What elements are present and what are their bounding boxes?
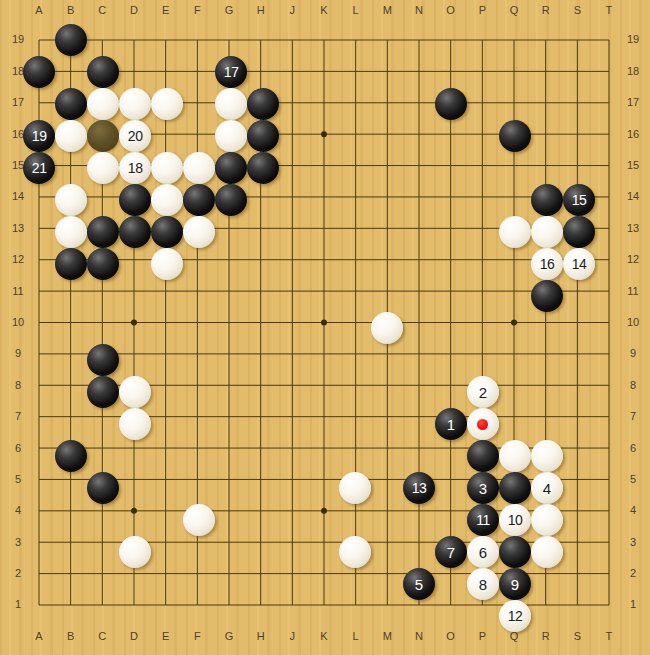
stone-white-c17 [87,88,119,120]
stone-white-p8: 2 [467,376,499,408]
col-label-h: H [245,626,277,646]
stone-black-e13 [151,216,183,248]
stone-white-b16 [55,120,87,152]
col-label-j: J [276,626,308,646]
stone-white-e17 [151,88,183,120]
col-label-d: D [118,0,150,20]
stone-black-q2: 9 [499,568,531,600]
stone-white-f15 [183,152,215,184]
stone-black-h17 [247,88,279,120]
col-label-t: T [593,626,625,646]
col-label-c: C [86,0,118,20]
col-label-p: P [466,626,498,646]
col-label-e: E [150,626,182,646]
stone-white-l3 [339,536,371,568]
stone-black-c9 [87,344,119,376]
col-label-b: B [55,626,87,646]
col-label-q: Q [498,0,530,20]
stone-white-p7 [467,408,499,440]
stone-white-r3 [531,536,563,568]
col-label-s: S [561,0,593,20]
stone-black-q3 [499,536,531,568]
stone-white-e15 [151,152,183,184]
stone-white-r5: 4 [531,472,563,504]
stone-black-a16: 19 [23,120,55,152]
col-label-d: D [118,626,150,646]
stone-white-p3: 6 [467,536,499,568]
stone-white-e14 [151,184,183,216]
col-label-j: J [276,0,308,20]
col-label-l: L [340,0,372,20]
stone-black-s14: 15 [563,184,595,216]
col-label-k: K [308,0,340,20]
stone-black-a15: 21 [23,152,55,184]
stone-black-d13 [119,216,151,248]
col-label-s: S [561,626,593,646]
stone-white-d15: 18 [119,152,151,184]
stone-black-b19 [55,24,87,56]
stone-black-p6 [467,440,499,472]
stone-white-r12: 16 [531,248,563,280]
stone-black-g14 [215,184,247,216]
stone-white-q4: 10 [499,504,531,536]
col-label-a: A [23,0,55,20]
stone-black-b17 [55,88,87,120]
stone-black-c5 [87,472,119,504]
stone-white-b14 [55,184,87,216]
column-labels-bottom: ABCDEFGHJKLMNOPQRST [23,626,625,646]
stone-black-q5 [499,472,531,504]
stone-black-h16 [247,120,279,152]
col-label-o: O [435,626,467,646]
stone-black-r14 [531,184,563,216]
col-label-k: K [308,626,340,646]
col-label-m: M [371,0,403,20]
stone-black-d14 [119,184,151,216]
stone-white-d17 [119,88,151,120]
col-label-p: P [466,0,498,20]
stone-white-d16: 20 [119,120,151,152]
stone-black-b6 [55,440,87,472]
stone-white-r13 [531,216,563,248]
stone-black-n2: 5 [403,568,435,600]
stone-black-c13 [87,216,119,248]
stone-white-q13 [499,216,531,248]
stone-white-g17 [215,88,247,120]
stone-black-p4: 11 [467,504,499,536]
col-label-g: G [213,0,245,20]
col-label-g: G [213,626,245,646]
stone-white-r6 [531,440,563,472]
stone-black-c18 [87,56,119,88]
stone-white-s12: 14 [563,248,595,280]
go-board[interactable]: 171920211815161421133411107658912 [23,24,625,620]
col-label-a: A [23,626,55,646]
col-label-m: M [371,626,403,646]
stone-black-b12 [55,248,87,280]
stone-black-s13 [563,216,595,248]
stone-white-r4 [531,504,563,536]
col-label-l: L [340,626,372,646]
col-label-r: R [530,0,562,20]
column-labels-top: ABCDEFGHJKLMNOPQRST [23,0,625,20]
stone-white-d3 [119,536,151,568]
stone-black-h15 [247,152,279,184]
stone-black-c8 [87,376,119,408]
stone-black-a18 [23,56,55,88]
stone-white-f13 [183,216,215,248]
stone-white-g16 [215,120,247,152]
last-move-red-dot [477,419,488,430]
col-label-f: F [181,626,213,646]
stone-black-r11 [531,280,563,312]
stone-black-o17 [435,88,467,120]
stone-white-m10 [371,312,403,344]
col-label-h: H [245,0,277,20]
col-label-o: O [435,0,467,20]
col-label-f: F [181,0,213,20]
stone-black-p5: 3 [467,472,499,504]
col-label-n: N [403,0,435,20]
col-label-c: C [86,626,118,646]
stone-black-g15 [215,152,247,184]
stone-black-c12 [87,248,119,280]
stone-black-f14 [183,184,215,216]
go-board-page: ABCDEFGHJKLMNOPQRST ABCDEFGHJKLMNOPQRST … [0,0,650,655]
stone-white-l5 [339,472,371,504]
col-label-e: E [150,0,182,20]
stone-black-g18: 17 [215,56,247,88]
stone-white-c15 [87,152,119,184]
stone-white-q6 [499,440,531,472]
stone-black-n5: 13 [403,472,435,504]
stone-black-o3: 7 [435,536,467,568]
col-label-r: R [530,626,562,646]
stone-white-p2: 8 [467,568,499,600]
captured-stone-ghost-c16 [87,120,119,152]
stone-white-q1: 12 [499,600,531,632]
stone-white-e12 [151,248,183,280]
col-label-b: B [55,0,87,20]
stone-white-b13 [55,216,87,248]
stone-white-f4 [183,504,215,536]
stone-black-o7: 1 [435,408,467,440]
stone-white-d7 [119,408,151,440]
stone-white-d8 [119,376,151,408]
col-label-n: N [403,626,435,646]
stone-black-q16 [499,120,531,152]
col-label-t: T [593,0,625,20]
